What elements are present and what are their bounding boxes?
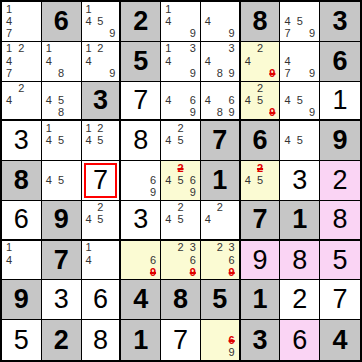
candidate-eliminated: 2 [254, 162, 266, 174]
candidate: 4 [162, 55, 174, 67]
cell-r7c8[interactable]: 8 [280, 241, 320, 281]
candidate-eliminated: 9 [226, 266, 238, 278]
candidate-grid: 49 [202, 3, 238, 40]
candidate: 8 [55, 106, 67, 118]
candidate-grid: 24569 [162, 162, 199, 199]
candidate: 1 [3, 43, 15, 55]
candidate-grid: 1245 [83, 122, 119, 159]
candidate: 5 [294, 15, 306, 27]
given-digit: 5 [212, 286, 227, 313]
candidate: 7 [281, 28, 293, 40]
candidate: 3 [226, 43, 238, 55]
given-digit: 1 [212, 167, 227, 194]
candidate-grid: 1349 [162, 43, 199, 80]
candidate: 4 [83, 254, 95, 266]
cell-r6c6[interactable]: 24 [201, 201, 241, 241]
candidate: 2 [174, 242, 186, 254]
candidate: 2 [94, 202, 106, 214]
given-digit: 3 [333, 8, 348, 35]
candidate-grid: 149 [162, 3, 199, 40]
candidate: 8 [55, 67, 67, 79]
candidate-grid: 3489 [202, 43, 238, 80]
candidate: 6 [187, 174, 199, 186]
solved-digit: 8 [333, 206, 348, 233]
cell-r3c4[interactable]: 7 [121, 82, 161, 122]
candidate: 4 [43, 94, 55, 106]
candidate: 5 [94, 15, 106, 27]
candidate: 7 [3, 67, 15, 79]
candidate: 9 [226, 106, 238, 118]
candidate: 9 [306, 106, 318, 118]
cell-r8c5[interactable]: 8 [161, 280, 201, 320]
candidate-eliminated: 9 [187, 266, 199, 278]
candidate: 5 [254, 94, 266, 106]
cell-r9c3[interactable]: 8 [82, 320, 122, 360]
candidate: 8 [214, 106, 226, 118]
cell-r8c2[interactable]: 3 [42, 280, 82, 320]
solved-digit: 3 [54, 286, 69, 313]
candidate-grid: 1249 [83, 43, 119, 80]
candidate: 4 [162, 135, 174, 147]
candidate: 9 [106, 28, 118, 40]
candidate: 6 [187, 254, 199, 266]
cell-r4c4[interactable]: 8 [121, 121, 161, 161]
candidate: 4 [83, 55, 95, 67]
cell-r8c7[interactable]: 1 [241, 280, 281, 320]
given-digit: 1 [253, 286, 268, 313]
candidate: 4 [242, 94, 254, 106]
cell-r8c9[interactable]: 7 [320, 280, 360, 320]
cell-r2c9[interactable]: 6 [320, 42, 360, 82]
candidate: 2 [174, 122, 186, 134]
candidate: 5 [94, 214, 106, 226]
cell-r7c9[interactable]: 5 [320, 241, 360, 281]
cell-r5c1[interactable]: 8 [2, 161, 42, 201]
candidate: 6 [187, 94, 199, 106]
solved-digit: 3 [292, 167, 307, 194]
candidate: 2 [174, 202, 186, 214]
cell-r2c4[interactable]: 5 [121, 42, 161, 82]
candidate-grid: 148 [43, 43, 80, 80]
candidate: 6 [226, 94, 238, 106]
candidate: 4 [83, 214, 95, 226]
given-digit: 4 [133, 286, 148, 313]
candidate: 3 [187, 43, 199, 55]
sudoku-board: 1476145921494984579312471481249513493489… [0, 0, 362, 362]
candidate: 4 [43, 135, 55, 147]
cell-r6c2[interactable]: 9 [42, 201, 82, 241]
solved-digit: 3 [14, 127, 29, 154]
candidate: 4 [202, 15, 214, 27]
cell-r2c3[interactable]: 1249 [82, 42, 122, 82]
candidate: 4 [162, 174, 174, 186]
candidate-grid: 145 [43, 122, 80, 159]
candidate: 9 [187, 187, 199, 199]
candidate-eliminated: 9 [147, 266, 159, 278]
cell-r5c3[interactable]: 7 [82, 161, 122, 201]
candidate: 3 [226, 242, 238, 254]
candidate-grid: 245 [83, 202, 119, 238]
cell-r7c3[interactable]: 14 [82, 241, 122, 281]
candidate: 4 [242, 174, 254, 186]
candidate: 8 [214, 67, 226, 79]
candidate: 1 [43, 122, 55, 134]
candidate-grid: 249 [242, 43, 279, 80]
candidate-grid: 245 [162, 202, 199, 238]
given-digit: 2 [133, 8, 148, 35]
candidate: 4 [202, 55, 214, 67]
candidate-grid: 14 [83, 242, 119, 279]
cell-r3c9[interactable]: 1 [320, 82, 360, 122]
candidate: 4 [162, 94, 174, 106]
solved-digit: 6 [14, 206, 29, 233]
candidate: 6 [226, 254, 238, 266]
cell-r3c5[interactable]: 469 [161, 82, 201, 122]
cell-r5c9[interactable]: 2 [320, 161, 360, 201]
given-digit: 8 [14, 167, 29, 194]
candidate-grid: 147 [3, 3, 40, 40]
candidate: 1 [83, 122, 95, 134]
candidate: 4 [3, 55, 15, 67]
candidate: 2 [254, 43, 266, 55]
given-digit: 3 [93, 87, 108, 114]
candidate-grid: 14 [3, 242, 40, 279]
candidate-grid: 245 [242, 162, 279, 199]
cell-r4c2[interactable]: 145 [42, 121, 82, 161]
solved-digit: 7 [173, 327, 188, 354]
candidate-grid: 479 [281, 43, 318, 80]
cell-r3c7[interactable]: 2459 [241, 82, 281, 122]
candidate: 2 [94, 43, 106, 55]
cell-r1c2[interactable]: 6 [42, 2, 82, 42]
candidate: 7 [3, 28, 15, 40]
solved-digit: 5 [14, 327, 29, 354]
solved-digit: 5 [333, 247, 348, 274]
candidate-grid: 458 [43, 83, 80, 119]
candidate: 1 [3, 3, 15, 15]
candidate: 4 [162, 214, 174, 226]
solved-digit: 2 [333, 167, 348, 194]
candidate: 9 [106, 67, 118, 79]
candidate-grid: 69 [122, 162, 159, 199]
cell-r8c6[interactable]: 5 [201, 280, 241, 320]
candidate: 4 [43, 55, 55, 67]
candidate: 4 [3, 94, 15, 106]
cell-r1c4[interactable]: 2 [121, 2, 161, 42]
candidate: 3 [187, 242, 199, 254]
cell-r5c2[interactable]: 45 [42, 161, 82, 201]
solved-digit: 8 [133, 127, 148, 154]
cell-r9c4[interactable]: 1 [121, 320, 161, 360]
cell-r2c8[interactable]: 479 [280, 42, 320, 82]
candidate: 5 [254, 174, 266, 186]
cell-r6c3[interactable]: 245 [82, 201, 122, 241]
candidate-grid: 2459 [242, 83, 279, 119]
candidate-grid: 4689 [202, 83, 238, 119]
cell-r5c6[interactable]: 1 [201, 161, 241, 201]
given-digit: 5 [133, 48, 148, 75]
cell-r9c2[interactable]: 2 [42, 320, 82, 360]
cell-r3c6[interactable]: 4689 [201, 82, 241, 122]
candidate-grid: 69 [202, 321, 238, 359]
cell-r1c3[interactable]: 1459 [82, 2, 122, 42]
cell-r2c6[interactable]: 3489 [201, 42, 241, 82]
cell-r7c1[interactable]: 14 [2, 241, 42, 281]
candidate-grid: 24 [202, 202, 238, 238]
cell-r6c9[interactable]: 8 [320, 201, 360, 241]
solved-digit: 8 [93, 327, 108, 354]
cell-r7c6[interactable]: 2369 [201, 241, 241, 281]
solved-digit: 1 [333, 87, 348, 114]
candidate: 9 [306, 28, 318, 40]
solved-digit: 7 [93, 167, 108, 194]
candidate-grid: 459 [281, 83, 318, 119]
candidate: 2 [15, 83, 27, 95]
cell-r9c5[interactable]: 7 [161, 320, 201, 360]
candidate: 4 [83, 135, 95, 147]
cell-r7c2[interactable]: 7 [42, 241, 82, 281]
cell-r4c8[interactable]: 45 [280, 121, 320, 161]
candidate: 9 [226, 28, 238, 40]
cell-r9c6[interactable]: 69 [201, 320, 241, 360]
candidate: 4 [162, 15, 174, 27]
cell-r1c6[interactable]: 49 [201, 2, 241, 42]
candidate-grid: 45 [43, 162, 80, 199]
cell-r5c8[interactable]: 3 [280, 161, 320, 201]
cell-r4c5[interactable]: 245 [161, 121, 201, 161]
candidate: 2 [254, 83, 266, 95]
candidate: 5 [55, 94, 67, 106]
candidate: 4 [3, 15, 15, 27]
cell-r1c7[interactable]: 8 [241, 2, 281, 42]
solved-digit: 3 [133, 206, 148, 233]
given-digit: 2 [54, 327, 69, 354]
candidate: 9 [306, 67, 318, 79]
candidate: 5 [55, 135, 67, 147]
cell-r2c5[interactable]: 1349 [161, 42, 201, 82]
candidate-eliminated: 6 [226, 334, 238, 347]
cell-r7c5[interactable]: 2369 [161, 241, 201, 281]
given-digit: 1 [133, 327, 148, 354]
cell-r3c1[interactable]: 24 [2, 82, 42, 122]
candidate: 5 [94, 135, 106, 147]
given-digit: 7 [54, 247, 69, 274]
candidate: 9 [187, 106, 199, 118]
given-digit: 7 [212, 127, 227, 154]
cell-r4c1[interactable]: 3 [2, 121, 42, 161]
given-digit: 8 [173, 286, 188, 313]
cell-r2c7[interactable]: 249 [241, 42, 281, 82]
cell-r7c4[interactable]: 69 [121, 241, 161, 281]
cell-r7c7[interactable]: 9 [241, 241, 281, 281]
candidate: 5 [174, 174, 186, 186]
given-digit: 3 [253, 327, 268, 354]
cell-r1c9[interactable]: 3 [320, 2, 360, 42]
candidate: 4 [281, 135, 293, 147]
solved-digit: 2 [292, 286, 307, 313]
candidate: 1 [162, 3, 174, 15]
candidate: 4 [281, 55, 293, 67]
candidate-eliminated: 2 [174, 162, 186, 174]
candidate: 5 [55, 174, 67, 186]
candidate: 9 [187, 67, 199, 79]
candidate: 4 [242, 55, 254, 67]
given-digit: 4 [333, 327, 348, 354]
cell-r3c3[interactable]: 3 [82, 82, 122, 122]
candidate: 2 [94, 122, 106, 134]
cell-r8c3[interactable]: 6 [82, 280, 122, 320]
candidate: 2 [15, 43, 27, 55]
cell-r5c7[interactable]: 245 [241, 161, 281, 201]
cell-r6c5[interactable]: 245 [161, 201, 201, 241]
cell-r2c2[interactable]: 148 [42, 42, 82, 82]
given-digit: 6 [333, 48, 348, 75]
candidate: 4 [202, 94, 214, 106]
cell-r8c4[interactable]: 4 [121, 280, 161, 320]
candidate: 5 [294, 94, 306, 106]
candidate: 6 [147, 254, 159, 266]
candidate: 4 [281, 15, 293, 27]
candidate: 6 [147, 174, 159, 186]
candidate-eliminated: 9 [266, 67, 278, 79]
cell-r8c1[interactable]: 9 [2, 280, 42, 320]
candidate: 4 [202, 214, 214, 226]
candidate: 5 [174, 135, 186, 147]
solved-digit: 7 [333, 286, 348, 313]
candidate-grid: 1459 [83, 3, 119, 40]
solved-digit: 6 [292, 327, 307, 354]
candidate: 1 [43, 43, 55, 55]
cell-r2c1[interactable]: 1247 [2, 42, 42, 82]
candidate: 1 [162, 43, 174, 55]
cell-r9c9[interactable]: 4 [320, 320, 360, 360]
cell-r4c3[interactable]: 1245 [82, 121, 122, 161]
cell-r5c5[interactable]: 24569 [161, 161, 201, 201]
given-digit: 9 [14, 286, 29, 313]
given-digit: 9 [54, 206, 69, 233]
cell-r1c5[interactable]: 149 [161, 2, 201, 42]
candidate-grid: 245 [162, 122, 199, 159]
given-digit: 6 [253, 127, 268, 154]
cell-r6c4[interactable]: 3 [121, 201, 161, 241]
cell-r6c8[interactable]: 1 [280, 201, 320, 241]
candidate: 1 [83, 3, 95, 15]
given-digit: 9 [333, 127, 348, 154]
given-digit: 6 [54, 8, 69, 35]
candidate: 4 [43, 174, 55, 186]
candidate-grid: 24 [3, 83, 40, 119]
candidate-grid: 4579 [281, 3, 318, 40]
cell-r4c6[interactable]: 7 [201, 121, 241, 161]
candidate-grid: 45 [281, 122, 318, 159]
cell-r4c9[interactable]: 9 [320, 121, 360, 161]
given-digit: 1 [292, 206, 307, 233]
candidate: 9 [226, 67, 238, 79]
candidate-grid: 2369 [162, 242, 199, 279]
candidate-grid: 69 [122, 242, 159, 279]
cell-r9c1[interactable]: 5 [2, 320, 42, 360]
candidate: 1 [83, 242, 95, 254]
candidate: 4 [83, 15, 95, 27]
cell-r1c1[interactable]: 147 [2, 2, 42, 42]
cell-r1c8[interactable]: 4579 [280, 2, 320, 42]
candidate-grid: 2369 [202, 242, 238, 279]
candidate: 1 [83, 43, 95, 55]
cell-r6c1[interactable]: 6 [2, 201, 42, 241]
candidate: 5 [294, 135, 306, 147]
candidate: 4 [3, 254, 15, 266]
cell-r9c7[interactable]: 3 [241, 320, 281, 360]
cell-r6c7[interactable]: 7 [241, 201, 281, 241]
solved-digit: 8 [292, 247, 307, 274]
cell-r5c4[interactable]: 69 [121, 161, 161, 201]
candidate-grid: 469 [162, 83, 199, 119]
cell-r3c8[interactable]: 459 [280, 82, 320, 122]
candidate-grid: 1247 [3, 43, 40, 80]
cell-r9c8[interactable]: 6 [280, 320, 320, 360]
cell-r4c7[interactable]: 6 [241, 121, 281, 161]
candidate: 7 [281, 67, 293, 79]
cell-r3c2[interactable]: 458 [42, 82, 82, 122]
candidate: 2 [214, 202, 226, 214]
solved-digit: 7 [133, 87, 148, 114]
candidate: 1 [3, 242, 15, 254]
candidate-eliminated: 9 [266, 106, 278, 118]
solved-digit: 6 [93, 286, 108, 313]
candidate: 4 [281, 94, 293, 106]
solved-digit: 9 [253, 247, 268, 274]
candidate: 5 [174, 214, 186, 226]
given-digit: 7 [253, 206, 268, 233]
candidate: 9 [147, 187, 159, 199]
candidate: 9 [187, 28, 199, 40]
given-digit: 8 [253, 8, 268, 35]
candidate: 2 [214, 242, 226, 254]
cell-r8c8[interactable]: 2 [280, 280, 320, 320]
candidate: 9 [226, 346, 238, 359]
